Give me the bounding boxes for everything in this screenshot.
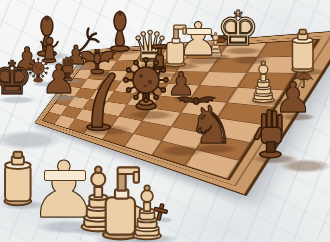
square-h7 (247, 56, 307, 73)
square-h8 (257, 40, 317, 58)
render-viewport[interactable]: ♚ ♟ ♛ ♟ (0, 0, 330, 242)
